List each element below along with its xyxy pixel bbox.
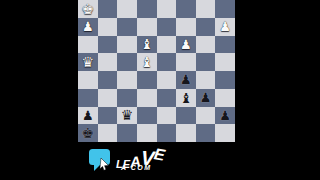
black-pawn: ♟ xyxy=(200,91,212,104)
square-b1 xyxy=(98,124,118,142)
speech-bubble-icon xyxy=(88,148,114,174)
square-e3 xyxy=(157,89,177,107)
square-g4 xyxy=(196,71,216,89)
square-e1 xyxy=(157,124,177,142)
square-c3 xyxy=(117,89,137,107)
square-a3 xyxy=(78,89,98,107)
white-king: ♚ xyxy=(82,2,95,16)
square-c1 xyxy=(117,124,137,142)
square-h5 xyxy=(215,53,235,71)
square-g3: ♟ xyxy=(196,89,216,107)
square-h8 xyxy=(215,0,235,18)
square-g8 xyxy=(196,0,216,18)
square-a6 xyxy=(78,36,98,54)
square-c7 xyxy=(117,18,137,36)
square-h6 xyxy=(215,36,235,54)
chess-board: ♚♟♟♝♟♛♝♟♝♟♟♛♟♚ xyxy=(78,0,235,142)
square-b7 xyxy=(98,18,118,36)
square-a4 xyxy=(78,71,98,89)
white-pawn: ♟ xyxy=(82,20,94,33)
square-f3: ♝ xyxy=(176,89,196,107)
square-c5 xyxy=(117,53,137,71)
square-g1 xyxy=(196,124,216,142)
square-e5 xyxy=(157,53,177,71)
square-g5 xyxy=(196,53,216,71)
square-f7 xyxy=(176,18,196,36)
square-d6: ♝ xyxy=(137,36,157,54)
square-e8 xyxy=(157,0,177,18)
square-h1 xyxy=(215,124,235,142)
square-a8: ♚ xyxy=(78,0,98,18)
square-c2: ♛ xyxy=(117,107,137,125)
square-g7 xyxy=(196,18,216,36)
white-bishop: ♝ xyxy=(140,55,153,69)
square-h4 xyxy=(215,71,235,89)
square-g6 xyxy=(196,36,216,54)
black-queen: ♛ xyxy=(121,108,134,122)
square-c8 xyxy=(117,0,137,18)
square-f8 xyxy=(176,0,196,18)
caption-line2: A COM xyxy=(121,164,152,171)
square-d3 xyxy=(137,89,157,107)
square-b2 xyxy=(98,107,118,125)
square-f5 xyxy=(176,53,196,71)
white-pawn: ♟ xyxy=(219,20,231,33)
square-b8 xyxy=(98,0,118,18)
square-h2: ♟ xyxy=(215,107,235,125)
square-f4: ♟ xyxy=(176,71,196,89)
square-b4 xyxy=(98,71,118,89)
square-e4 xyxy=(157,71,177,89)
square-d2 xyxy=(137,107,157,125)
caption-letter: E xyxy=(153,146,166,164)
square-a2: ♟ xyxy=(78,107,98,125)
square-c6 xyxy=(117,36,137,54)
square-a5: ♛ xyxy=(78,53,98,71)
square-f2 xyxy=(176,107,196,125)
black-pawn: ♟ xyxy=(219,109,231,122)
square-h3 xyxy=(215,89,235,107)
black-bishop: ♝ xyxy=(180,91,193,105)
square-g2 xyxy=(196,107,216,125)
square-b6 xyxy=(98,36,118,54)
black-pawn: ♟ xyxy=(82,109,94,122)
black-king: ♚ xyxy=(82,126,95,140)
square-a1: ♚ xyxy=(78,124,98,142)
square-b5 xyxy=(98,53,118,71)
square-c4 xyxy=(117,71,137,89)
square-d4 xyxy=(137,71,157,89)
square-d5: ♝ xyxy=(137,53,157,71)
square-d1 xyxy=(137,124,157,142)
square-b3 xyxy=(98,89,118,107)
white-bishop: ♝ xyxy=(140,37,153,51)
white-pawn: ♟ xyxy=(180,38,192,51)
square-a7: ♟ xyxy=(78,18,98,36)
white-queen: ♛ xyxy=(82,55,95,69)
square-f1 xyxy=(176,124,196,142)
square-e2 xyxy=(157,107,177,125)
square-d8 xyxy=(137,0,157,18)
square-e6 xyxy=(157,36,177,54)
square-f6: ♟ xyxy=(176,36,196,54)
black-pawn: ♟ xyxy=(180,73,192,86)
square-d7 xyxy=(137,18,157,36)
square-e7 xyxy=(157,18,177,36)
caption-bar: LEAVE A COM xyxy=(0,142,320,180)
square-h7: ♟ xyxy=(215,18,235,36)
